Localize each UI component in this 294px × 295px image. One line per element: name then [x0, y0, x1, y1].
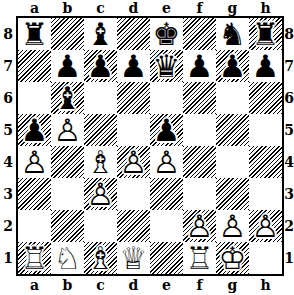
file-label-a-top: a: [18, 0, 51, 16]
square-d1[interactable]: ♛♕: [117, 242, 150, 274]
square-d4[interactable]: ♟♙: [117, 146, 150, 178]
square-g3[interactable]: [216, 178, 249, 210]
square-d8[interactable]: [117, 18, 150, 50]
rank-label-3-left: 3: [0, 178, 16, 210]
square-e8[interactable]: ♚: [150, 18, 183, 50]
piece-black-pawn[interactable]: ♟: [84, 50, 117, 82]
square-f7[interactable]: ♟: [183, 50, 216, 82]
piece-black-bishop[interactable]: ♝: [84, 18, 117, 50]
piece-white-pawn[interactable]: ♙: [117, 146, 150, 178]
square-b5[interactable]: ♟♙: [51, 114, 84, 146]
piece-white-bishop[interactable]: ♗: [84, 146, 117, 178]
rank-label-3-right: 3: [284, 178, 294, 210]
square-h4[interactable]: [249, 146, 282, 178]
square-f3[interactable]: [183, 178, 216, 210]
rank-label-2-right: 2: [284, 210, 294, 242]
square-d6[interactable]: [117, 82, 150, 114]
rank-label-5-left: 5: [0, 114, 16, 146]
piece-black-knight[interactable]: ♞: [216, 18, 249, 50]
rank-label-5-right: 5: [284, 114, 294, 146]
square-f1[interactable]: ♜♖: [183, 242, 216, 274]
square-c8[interactable]: ♝: [84, 18, 117, 50]
file-labels-bottom: abcdefgh: [18, 277, 282, 293]
rank-label-1-left: 1: [0, 242, 16, 274]
piece-white-rook[interactable]: ♖: [183, 242, 216, 274]
file-label-e-top: e: [150, 0, 183, 16]
piece-black-pawn[interactable]: ♟: [183, 50, 216, 82]
square-d5[interactable]: [117, 114, 150, 146]
rank-label-2-left: 2: [0, 210, 16, 242]
piece-black-rook[interactable]: ♜: [18, 18, 51, 50]
square-e2[interactable]: [150, 210, 183, 242]
piece-white-bishop[interactable]: ♗: [84, 242, 117, 274]
file-label-c-top: c: [84, 0, 117, 16]
file-label-b-top: b: [51, 0, 84, 16]
square-g4[interactable]: [216, 146, 249, 178]
rank-labels-right: 87654321: [284, 18, 294, 274]
file-labels-top: abcdefgh: [18, 0, 282, 16]
square-e7[interactable]: ♛: [150, 50, 183, 82]
file-label-h-top: h: [249, 0, 282, 16]
square-a3[interactable]: [18, 178, 51, 210]
square-c3[interactable]: ♟♙: [84, 178, 117, 210]
square-a8[interactable]: ♜: [18, 18, 51, 50]
square-b4[interactable]: [51, 146, 84, 178]
square-e1[interactable]: [150, 242, 183, 274]
piece-black-pawn[interactable]: ♟: [18, 114, 51, 146]
piece-white-pawn[interactable]: ♙: [18, 146, 51, 178]
square-h1[interactable]: [249, 242, 282, 274]
square-f2[interactable]: ♟♙: [183, 210, 216, 242]
square-c7[interactable]: ♟: [84, 50, 117, 82]
square-g7[interactable]: ♟: [216, 50, 249, 82]
piece-white-pawn[interactable]: ♙: [183, 210, 216, 242]
square-c6[interactable]: [84, 82, 117, 114]
piece-black-rook[interactable]: ♜: [249, 18, 282, 50]
rank-label-8-left: 8: [0, 18, 16, 50]
rank-label-8-right: 8: [284, 18, 294, 50]
rank-label-4-left: 4: [0, 146, 16, 178]
piece-black-king[interactable]: ♚: [150, 18, 183, 50]
piece-white-pawn[interactable]: ♙: [216, 210, 249, 242]
piece-white-pawn[interactable]: ♙: [84, 178, 117, 210]
rank-label-6-left: 6: [0, 82, 16, 114]
square-f6[interactable]: [183, 82, 216, 114]
square-e5[interactable]: ♟: [150, 114, 183, 146]
file-label-d-top: d: [117, 0, 150, 16]
square-h5[interactable]: [249, 114, 282, 146]
square-f8[interactable]: [183, 18, 216, 50]
square-b8[interactable]: [51, 18, 84, 50]
square-b7[interactable]: ♟: [51, 50, 84, 82]
square-f5[interactable]: [183, 114, 216, 146]
square-a1[interactable]: ♜♖: [18, 242, 51, 274]
square-a7[interactable]: [18, 50, 51, 82]
rank-labels-left: 87654321: [0, 18, 16, 274]
square-a5[interactable]: ♟: [18, 114, 51, 146]
piece-white-queen[interactable]: ♕: [117, 242, 150, 274]
piece-black-queen[interactable]: ♛: [150, 50, 183, 82]
square-a6[interactable]: [18, 82, 51, 114]
square-e3[interactable]: [150, 178, 183, 210]
square-c5[interactable]: [84, 114, 117, 146]
file-label-g-top: g: [216, 0, 249, 16]
square-f4[interactable]: [183, 146, 216, 178]
file-label-a-bottom: a: [18, 277, 51, 293]
square-h2[interactable]: ♟♙: [249, 210, 282, 242]
piece-white-rook[interactable]: ♖: [18, 242, 51, 274]
square-d2[interactable]: [117, 210, 150, 242]
square-b1[interactable]: ♞♘: [51, 242, 84, 274]
piece-white-knight[interactable]: ♘: [51, 242, 84, 274]
square-g5[interactable]: [216, 114, 249, 146]
file-label-b-bottom: b: [51, 277, 84, 293]
file-label-f-bottom: f: [183, 277, 216, 293]
square-c4[interactable]: ♝♗: [84, 146, 117, 178]
square-d3[interactable]: [117, 178, 150, 210]
piece-white-pawn[interactable]: ♙: [249, 210, 282, 242]
square-b3[interactable]: [51, 178, 84, 210]
piece-white-pawn[interactable]: ♙: [150, 146, 183, 178]
square-b6[interactable]: ♝: [51, 82, 84, 114]
chess-board[interactable]: ♜♝♚♞♜♟♟♟♛♟♟♟♝♟♟♙♟♟♙♝♗♟♙♟♙♟♙♟♙♟♙♟♙♜♖♞♘♝♗♛…: [16, 16, 284, 276]
square-g8[interactable]: ♞: [216, 18, 249, 50]
square-d7[interactable]: ♟: [117, 50, 150, 82]
piece-black-pawn[interactable]: ♟: [249, 50, 282, 82]
square-g6[interactable]: [216, 82, 249, 114]
piece-white-king[interactable]: ♔: [216, 242, 249, 274]
file-label-f-top: f: [183, 0, 216, 16]
square-a2[interactable]: [18, 210, 51, 242]
file-label-h-bottom: h: [249, 277, 282, 293]
piece-black-pawn[interactable]: ♟: [150, 114, 183, 146]
file-label-d-bottom: d: [117, 277, 150, 293]
square-c1[interactable]: ♝♗: [84, 242, 117, 274]
rank-label-1-right: 1: [284, 242, 294, 274]
square-h7[interactable]: ♟: [249, 50, 282, 82]
square-e4[interactable]: ♟♙: [150, 146, 183, 178]
file-label-c-bottom: c: [84, 277, 117, 293]
rank-label-4-right: 4: [284, 146, 294, 178]
square-h8[interactable]: ♜: [249, 18, 282, 50]
square-h3[interactable]: [249, 178, 282, 210]
rank-label-7-right: 7: [284, 50, 294, 82]
rank-label-7-left: 7: [0, 50, 16, 82]
piece-black-pawn[interactable]: ♟: [216, 50, 249, 82]
square-h6[interactable]: [249, 82, 282, 114]
square-c2[interactable]: [84, 210, 117, 242]
piece-black-pawn[interactable]: ♟: [117, 50, 150, 82]
square-g2[interactable]: ♟♙: [216, 210, 249, 242]
piece-black-bishop[interactable]: ♝: [51, 82, 84, 114]
square-b2[interactable]: [51, 210, 84, 242]
piece-black-pawn[interactable]: ♟: [51, 50, 84, 82]
file-label-g-bottom: g: [216, 277, 249, 293]
square-e6[interactable]: [150, 82, 183, 114]
file-label-e-bottom: e: [150, 277, 183, 293]
square-a4[interactable]: ♟♙: [18, 146, 51, 178]
chess-diagram: abcdefgh 87654321 ♜♝♚♞♜♟♟♟♛♟♟♟♝♟♟♙♟♟♙♝♗♟…: [0, 0, 294, 295]
piece-white-pawn[interactable]: ♙: [51, 114, 84, 146]
rank-label-6-right: 6: [284, 82, 294, 114]
square-g1[interactable]: ♚♔: [216, 242, 249, 274]
